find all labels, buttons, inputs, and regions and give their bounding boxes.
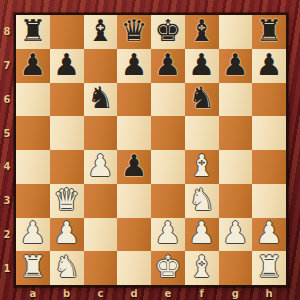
file-label-c: c (84, 287, 118, 300)
chess-diagram: 87654321 abcdefgh ♜♝♛♚♝♜♟♟♟♟♟♟♟♞♞♟♟♝♛♞♟♟… (0, 0, 300, 300)
square-a5[interactable] (16, 116, 50, 150)
piece-white-knight: ♞ (188, 185, 215, 215)
square-g3[interactable] (219, 184, 253, 218)
square-d8[interactable]: ♛ (117, 15, 151, 49)
piece-white-bishop: ♝ (188, 252, 215, 282)
rank-label-4: 4 (0, 150, 14, 184)
square-a1[interactable]: ♜ (16, 251, 50, 285)
file-label-f: f (185, 287, 219, 300)
chess-board: ♜♝♛♚♝♜♟♟♟♟♟♟♟♞♞♟♟♝♛♞♟♟♟♟♟♟♜♞♚♝♜ (16, 15, 286, 285)
piece-black-pawn: ♟ (19, 50, 46, 80)
file-label-g: g (219, 287, 253, 300)
square-g6[interactable] (219, 83, 253, 117)
square-e2[interactable]: ♟ (151, 218, 185, 252)
square-g2[interactable]: ♟ (219, 218, 253, 252)
piece-white-rook: ♜ (256, 252, 283, 282)
piece-white-king: ♚ (154, 252, 181, 282)
piece-white-pawn: ♟ (188, 218, 215, 248)
square-e4[interactable] (151, 150, 185, 184)
square-h6[interactable] (252, 83, 286, 117)
square-h1[interactable]: ♜ (252, 251, 286, 285)
square-a2[interactable]: ♟ (16, 218, 50, 252)
square-c7[interactable] (84, 49, 118, 83)
piece-black-king: ♚ (154, 16, 181, 46)
board-frame: ♜♝♛♚♝♜♟♟♟♟♟♟♟♞♞♟♟♝♛♞♟♟♟♟♟♟♜♞♚♝♜ (14, 13, 288, 287)
rank-label-7: 7 (0, 49, 14, 83)
square-b1[interactable]: ♞ (50, 251, 84, 285)
square-b4[interactable] (50, 150, 84, 184)
rank-label-5: 5 (0, 116, 14, 150)
square-b3[interactable]: ♛ (50, 184, 84, 218)
square-g5[interactable] (219, 116, 253, 150)
square-b6[interactable] (50, 83, 84, 117)
square-a8[interactable]: ♜ (16, 15, 50, 49)
square-c3[interactable] (84, 184, 118, 218)
piece-black-bishop: ♝ (188, 16, 215, 46)
piece-black-queen: ♛ (121, 16, 148, 46)
rank-label-8: 8 (0, 15, 14, 49)
square-f2[interactable]: ♟ (185, 218, 219, 252)
square-e8[interactable]: ♚ (151, 15, 185, 49)
square-b5[interactable] (50, 116, 84, 150)
square-g7[interactable]: ♟ (219, 49, 253, 83)
square-d1[interactable] (117, 251, 151, 285)
piece-white-pawn: ♟ (87, 151, 114, 181)
file-label-d: d (117, 287, 151, 300)
square-d7[interactable]: ♟ (117, 49, 151, 83)
square-h8[interactable]: ♜ (252, 15, 286, 49)
piece-black-bishop: ♝ (87, 16, 114, 46)
square-c6[interactable]: ♞ (84, 83, 118, 117)
square-f7[interactable]: ♟ (185, 49, 219, 83)
file-label-a: a (16, 287, 50, 300)
file-labels: abcdefgh (16, 287, 286, 300)
square-f4[interactable]: ♝ (185, 150, 219, 184)
piece-black-pawn: ♟ (121, 151, 148, 181)
square-f8[interactable]: ♝ (185, 15, 219, 49)
rank-label-6: 6 (0, 83, 14, 117)
square-g8[interactable] (219, 15, 253, 49)
square-c8[interactable]: ♝ (84, 15, 118, 49)
rank-labels: 87654321 (0, 15, 14, 285)
file-label-e: e (151, 287, 185, 300)
square-f3[interactable]: ♞ (185, 184, 219, 218)
piece-black-pawn: ♟ (154, 50, 181, 80)
square-g4[interactable] (219, 150, 253, 184)
square-h2[interactable]: ♟ (252, 218, 286, 252)
square-c4[interactable]: ♟ (84, 150, 118, 184)
square-c1[interactable] (84, 251, 118, 285)
piece-black-knight: ♞ (188, 83, 215, 113)
file-label-b: b (50, 287, 84, 300)
square-h5[interactable] (252, 116, 286, 150)
square-b8[interactable] (50, 15, 84, 49)
piece-white-pawn: ♟ (154, 218, 181, 248)
square-b2[interactable]: ♟ (50, 218, 84, 252)
piece-black-pawn: ♟ (222, 50, 249, 80)
piece-white-pawn: ♟ (256, 218, 283, 248)
piece-white-bishop: ♝ (188, 151, 215, 181)
piece-white-pawn: ♟ (53, 218, 80, 248)
square-d6[interactable] (117, 83, 151, 117)
square-a6[interactable] (16, 83, 50, 117)
square-d5[interactable] (117, 116, 151, 150)
square-c5[interactable] (84, 116, 118, 150)
square-b7[interactable]: ♟ (50, 49, 84, 83)
rank-label-1: 1 (0, 251, 14, 285)
square-d3[interactable] (117, 184, 151, 218)
square-f6[interactable]: ♞ (185, 83, 219, 117)
square-a3[interactable] (16, 184, 50, 218)
file-label-h: h (252, 287, 286, 300)
square-e7[interactable]: ♟ (151, 49, 185, 83)
piece-black-pawn: ♟ (121, 50, 148, 80)
square-c2[interactable] (84, 218, 118, 252)
square-e1[interactable]: ♚ (151, 251, 185, 285)
square-h4[interactable] (252, 150, 286, 184)
piece-white-rook: ♜ (19, 252, 46, 282)
piece-white-knight: ♞ (53, 252, 80, 282)
square-g1[interactable] (219, 251, 253, 285)
square-a7[interactable]: ♟ (16, 49, 50, 83)
rank-label-2: 2 (0, 218, 14, 252)
square-h7[interactable]: ♟ (252, 49, 286, 83)
piece-black-pawn: ♟ (188, 50, 215, 80)
rank-label-3: 3 (0, 184, 14, 218)
square-d4[interactable]: ♟ (117, 150, 151, 184)
square-e5[interactable] (151, 116, 185, 150)
square-e3[interactable] (151, 184, 185, 218)
square-e6[interactable] (151, 83, 185, 117)
square-h3[interactable] (252, 184, 286, 218)
square-a4[interactable] (16, 150, 50, 184)
piece-black-pawn: ♟ (53, 50, 80, 80)
piece-black-pawn: ♟ (256, 50, 283, 80)
square-f1[interactable]: ♝ (185, 251, 219, 285)
square-d2[interactable] (117, 218, 151, 252)
piece-black-knight: ♞ (87, 83, 114, 113)
piece-black-rook: ♜ (256, 16, 283, 46)
piece-white-pawn: ♟ (19, 218, 46, 248)
square-f5[interactable] (185, 116, 219, 150)
piece-white-queen: ♛ (53, 185, 80, 215)
piece-black-rook: ♜ (19, 16, 46, 46)
piece-white-pawn: ♟ (222, 218, 249, 248)
